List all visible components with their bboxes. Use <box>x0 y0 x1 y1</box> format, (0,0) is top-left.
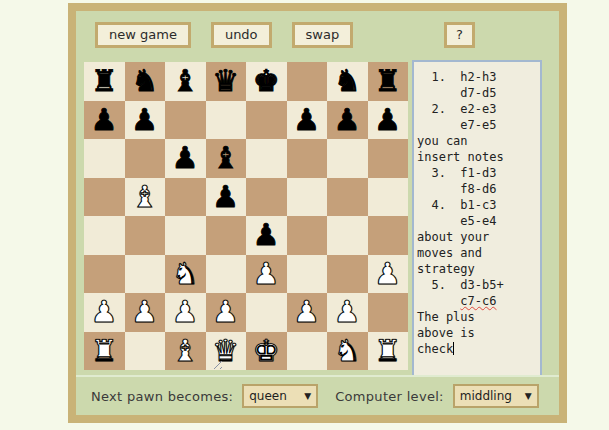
undo-button[interactable]: undo <box>211 22 272 48</box>
black-pawn[interactable]: ♟ <box>212 182 239 212</box>
white-pawn[interactable]: ♟ <box>212 297 239 327</box>
black-bishop[interactable]: ♝ <box>212 143 239 173</box>
board-square-e5[interactable] <box>246 178 287 217</box>
new-game-button[interactable]: new game <box>95 22 191 48</box>
black-pawn[interactable]: ♟ <box>334 105 361 135</box>
board-square-e6[interactable] <box>246 139 287 178</box>
board-square-g4[interactable] <box>327 216 368 255</box>
board-square-h6[interactable] <box>368 139 409 178</box>
board-square-b4[interactable] <box>125 216 166 255</box>
white-bishop[interactable]: ♝ <box>131 182 158 212</box>
board-square-c8[interactable]: ♝ <box>165 62 206 101</box>
black-knight[interactable]: ♞ <box>131 66 158 96</box>
board-square-d6[interactable]: ♝ <box>206 139 247 178</box>
board-square-a1[interactable]: ♜ <box>84 332 125 371</box>
black-bishop[interactable]: ♝ <box>172 66 199 96</box>
black-pawn[interactable]: ♟ <box>91 105 118 135</box>
black-pawn[interactable]: ♟ <box>172 143 199 173</box>
text-caret <box>453 342 454 355</box>
white-pawn[interactable]: ♟ <box>253 259 280 289</box>
black-rook[interactable]: ♜ <box>374 66 401 96</box>
board-square-b2[interactable]: ♟ <box>125 293 166 332</box>
board-square-f3[interactable] <box>287 255 328 294</box>
chess-app-panel: new game undo swap ? ♜♞♝♛♚♞♜♟♟♟♟♟♟♝♝♟♟♞♟… <box>68 3 567 423</box>
chess-board: ♜♞♝♛♚♞♜♟♟♟♟♟♟♝♝♟♟♞♟♟♟♟♟♟♟♟♜♝♛♚♞♜ <box>84 62 408 370</box>
white-pawn[interactable]: ♟ <box>91 297 118 327</box>
misspelled-word: c7-c6 <box>460 294 496 308</box>
white-king[interactable]: ♚ <box>253 336 280 366</box>
white-pawn[interactable]: ♟ <box>172 297 199 327</box>
board-square-d1[interactable]: ♛ <box>206 332 247 371</box>
black-pawn[interactable]: ♟ <box>131 105 158 135</box>
black-knight[interactable]: ♞ <box>334 66 361 96</box>
computer-level-select[interactable]: middling ▼ <box>453 384 539 408</box>
pawn-promotion-select[interactable]: queen ▼ <box>242 384 318 408</box>
board-square-a6[interactable] <box>84 139 125 178</box>
board-square-a5[interactable] <box>84 178 125 217</box>
toolbar: new game undo swap ? <box>95 22 559 48</box>
board-square-h7[interactable]: ♟ <box>368 101 409 140</box>
board-square-e4[interactable]: ♟ <box>246 216 287 255</box>
white-bishop[interactable]: ♝ <box>172 336 199 366</box>
board-square-h4[interactable] <box>368 216 409 255</box>
black-pawn[interactable]: ♟ <box>374 105 401 135</box>
white-rook[interactable]: ♜ <box>374 336 401 366</box>
white-rook[interactable]: ♜ <box>91 336 118 366</box>
notes-textarea[interactable]: 1. h2-h3 d7-d5 2. e2-e3 e7-e5 you can in… <box>412 60 542 377</box>
white-pawn[interactable]: ♟ <box>293 297 320 327</box>
board-square-d4[interactable] <box>206 216 247 255</box>
board-square-a3[interactable] <box>84 255 125 294</box>
black-pawn[interactable]: ♟ <box>253 220 280 250</box>
board-square-e7[interactable] <box>246 101 287 140</box>
board-square-f2[interactable]: ♟ <box>287 293 328 332</box>
board-square-c1[interactable]: ♝ <box>165 332 206 371</box>
board-square-h1[interactable]: ♜ <box>368 332 409 371</box>
white-pawn[interactable]: ♟ <box>334 297 361 327</box>
board-square-h3[interactable]: ♟ <box>368 255 409 294</box>
board-square-a4[interactable] <box>84 216 125 255</box>
board-square-f1[interactable] <box>287 332 328 371</box>
black-rook[interactable]: ♜ <box>91 66 118 96</box>
white-knight[interactable]: ♞ <box>172 259 199 289</box>
board-square-b8[interactable]: ♞ <box>125 62 166 101</box>
board-square-c2[interactable]: ♟ <box>165 293 206 332</box>
black-king[interactable]: ♚ <box>253 66 280 96</box>
white-pawn[interactable]: ♟ <box>374 259 401 289</box>
pawn-promotion-value: queen <box>249 389 295 403</box>
board-square-a7[interactable]: ♟ <box>84 101 125 140</box>
white-knight[interactable]: ♞ <box>334 336 361 366</box>
computer-level-label: Computer level: <box>335 389 444 404</box>
board-square-c3[interactable]: ♞ <box>165 255 206 294</box>
board-square-a2[interactable]: ♟ <box>84 293 125 332</box>
board-square-d8[interactable]: ♛ <box>206 62 247 101</box>
board-square-e8[interactable]: ♚ <box>246 62 287 101</box>
chevron-down-icon: ▼ <box>525 391 532 401</box>
board-square-e1[interactable]: ♚ <box>246 332 287 371</box>
computer-level-value: middling <box>460 389 520 403</box>
board-square-h2[interactable] <box>368 293 409 332</box>
board-square-f8[interactable] <box>287 62 328 101</box>
board-square-d5[interactable]: ♟ <box>206 178 247 217</box>
board-square-b7[interactable]: ♟ <box>125 101 166 140</box>
white-queen[interactable]: ♛ <box>212 336 239 366</box>
board-square-d7[interactable] <box>206 101 247 140</box>
board-square-c4[interactable] <box>165 216 206 255</box>
board-square-h8[interactable]: ♜ <box>368 62 409 101</box>
white-pawn[interactable]: ♟ <box>131 297 158 327</box>
black-pawn[interactable]: ♟ <box>293 105 320 135</box>
pawn-promotion-label: Next pawn becomes: <box>91 389 233 404</box>
board-square-b5[interactable]: ♝ <box>125 178 166 217</box>
board-square-g1[interactable]: ♞ <box>327 332 368 371</box>
swap-button[interactable]: swap <box>292 22 354 48</box>
board-square-d2[interactable]: ♟ <box>206 293 247 332</box>
board-square-e2[interactable] <box>246 293 287 332</box>
chevron-down-icon: ▼ <box>304 391 311 401</box>
options-bar: Next pawn becomes: queen ▼ Computer leve… <box>76 375 559 415</box>
board-square-b3[interactable] <box>125 255 166 294</box>
board-square-c5[interactable] <box>165 178 206 217</box>
board-square-g7[interactable]: ♟ <box>327 101 368 140</box>
board-square-g5[interactable] <box>327 178 368 217</box>
board-square-g3[interactable] <box>327 255 368 294</box>
help-button[interactable]: ? <box>444 22 475 48</box>
board-square-f6[interactable] <box>287 139 328 178</box>
board-square-d3[interactable] <box>206 255 247 294</box>
board-square-f4[interactable] <box>287 216 328 255</box>
black-queen[interactable]: ♛ <box>212 66 239 96</box>
board-square-h5[interactable] <box>368 178 409 217</box>
board-square-g6[interactable] <box>327 139 368 178</box>
board-square-c6[interactable]: ♟ <box>165 139 206 178</box>
board-square-g2[interactable]: ♟ <box>327 293 368 332</box>
board-square-b6[interactable] <box>125 139 166 178</box>
board-square-g8[interactable]: ♞ <box>327 62 368 101</box>
board-square-c7[interactable] <box>165 101 206 140</box>
board-square-f5[interactable] <box>287 178 328 217</box>
board-square-e3[interactable]: ♟ <box>246 255 287 294</box>
board-square-f7[interactable]: ♟ <box>287 101 328 140</box>
board-square-a8[interactable]: ♜ <box>84 62 125 101</box>
board-square-b1[interactable] <box>125 332 166 371</box>
